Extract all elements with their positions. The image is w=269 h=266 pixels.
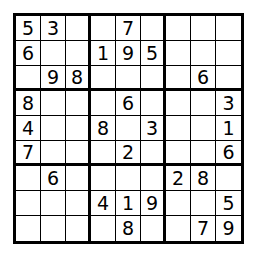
cell-r8c6[interactable]: 9: [141, 191, 166, 216]
cell-r6c6[interactable]: [141, 141, 166, 166]
cell-r6c5[interactable]: 2: [116, 141, 141, 166]
cell-r3c7[interactable]: [166, 66, 191, 91]
cell-r5c5[interactable]: [116, 116, 141, 141]
cell-r3c9[interactable]: [216, 66, 241, 91]
cell-r5c9[interactable]: 1: [216, 116, 241, 141]
cell-r2c4[interactable]: 1: [91, 41, 116, 66]
cell-r9c3[interactable]: [66, 216, 91, 241]
cell-r8c8[interactable]: [191, 191, 216, 216]
cell-r9c2[interactable]: [41, 216, 66, 241]
cell-r8c3[interactable]: [66, 191, 91, 216]
cell-r7c7[interactable]: 2: [166, 166, 191, 191]
cell-r3c4[interactable]: [91, 66, 116, 91]
cell-r1c1[interactable]: 5: [16, 16, 41, 41]
cell-r3c5[interactable]: [116, 66, 141, 91]
cell-r4c4[interactable]: [91, 91, 116, 116]
cell-r8c7[interactable]: [166, 191, 191, 216]
cell-r8c5[interactable]: 1: [116, 191, 141, 216]
cell-r1c8[interactable]: [191, 16, 216, 41]
cell-r3c8[interactable]: 6: [191, 66, 216, 91]
cell-r4c6[interactable]: [141, 91, 166, 116]
cell-r7c8[interactable]: 8: [191, 166, 216, 191]
cell-r1c4[interactable]: [91, 16, 116, 41]
cell-r9c5[interactable]: 8: [116, 216, 141, 241]
cell-r1c3[interactable]: [66, 16, 91, 41]
cell-r5c4[interactable]: 8: [91, 116, 116, 141]
cell-r4c7[interactable]: [166, 91, 191, 116]
cell-r1c7[interactable]: [166, 16, 191, 41]
cell-r6c2[interactable]: [41, 141, 66, 166]
cell-r9c6[interactable]: [141, 216, 166, 241]
cell-r5c8[interactable]: [191, 116, 216, 141]
cell-r2c2[interactable]: [41, 41, 66, 66]
cell-r5c3[interactable]: [66, 116, 91, 141]
cell-r1c5[interactable]: 7: [116, 16, 141, 41]
cell-r9c9[interactable]: 9: [216, 216, 241, 241]
cell-r7c4[interactable]: [91, 166, 116, 191]
cell-r6c9[interactable]: 6: [216, 141, 241, 166]
cell-r3c1[interactable]: [16, 66, 41, 91]
cell-r2c1[interactable]: 6: [16, 41, 41, 66]
cell-r1c9[interactable]: [216, 16, 241, 41]
cell-r5c6[interactable]: 3: [141, 116, 166, 141]
cell-r7c5[interactable]: [116, 166, 141, 191]
cell-r2c5[interactable]: 9: [116, 41, 141, 66]
cell-r7c3[interactable]: [66, 166, 91, 191]
cell-r8c9[interactable]: 5: [216, 191, 241, 216]
cell-r6c7[interactable]: [166, 141, 191, 166]
cell-r4c1[interactable]: 8: [16, 91, 41, 116]
cell-r5c7[interactable]: [166, 116, 191, 141]
cell-r2c6[interactable]: 5: [141, 41, 166, 66]
cell-r6c8[interactable]: [191, 141, 216, 166]
cell-r7c9[interactable]: [216, 166, 241, 191]
cell-r7c2[interactable]: 6: [41, 166, 66, 191]
cell-r2c8[interactable]: [191, 41, 216, 66]
cell-r3c3[interactable]: 8: [66, 66, 91, 91]
cell-r9c4[interactable]: [91, 216, 116, 241]
cell-r1c2[interactable]: 3: [41, 16, 66, 41]
cell-r4c9[interactable]: 3: [216, 91, 241, 116]
cell-r8c2[interactable]: [41, 191, 66, 216]
cell-r4c5[interactable]: 6: [116, 91, 141, 116]
cell-r7c6[interactable]: [141, 166, 166, 191]
cell-r9c8[interactable]: 7: [191, 216, 216, 241]
cell-r9c1[interactable]: [16, 216, 41, 241]
cell-r7c1[interactable]: [16, 166, 41, 191]
cell-r2c7[interactable]: [166, 41, 191, 66]
cell-r9c7[interactable]: [166, 216, 191, 241]
cell-r4c2[interactable]: [41, 91, 66, 116]
cell-r8c1[interactable]: [16, 191, 41, 216]
cell-r6c3[interactable]: [66, 141, 91, 166]
cell-r4c3[interactable]: [66, 91, 91, 116]
cell-r6c4[interactable]: [91, 141, 116, 166]
sudoku-board: 537619598686348317266284195879: [13, 13, 244, 244]
cell-r2c9[interactable]: [216, 41, 241, 66]
cell-r4c8[interactable]: [191, 91, 216, 116]
cell-r3c2[interactable]: 9: [41, 66, 66, 91]
cell-r2c3[interactable]: [66, 41, 91, 66]
cell-r8c4[interactable]: 4: [91, 191, 116, 216]
cell-r5c1[interactable]: 4: [16, 116, 41, 141]
cell-r5c2[interactable]: [41, 116, 66, 141]
cell-r3c6[interactable]: [141, 66, 166, 91]
cell-r1c6[interactable]: [141, 16, 166, 41]
cell-r6c1[interactable]: 7: [16, 141, 41, 166]
